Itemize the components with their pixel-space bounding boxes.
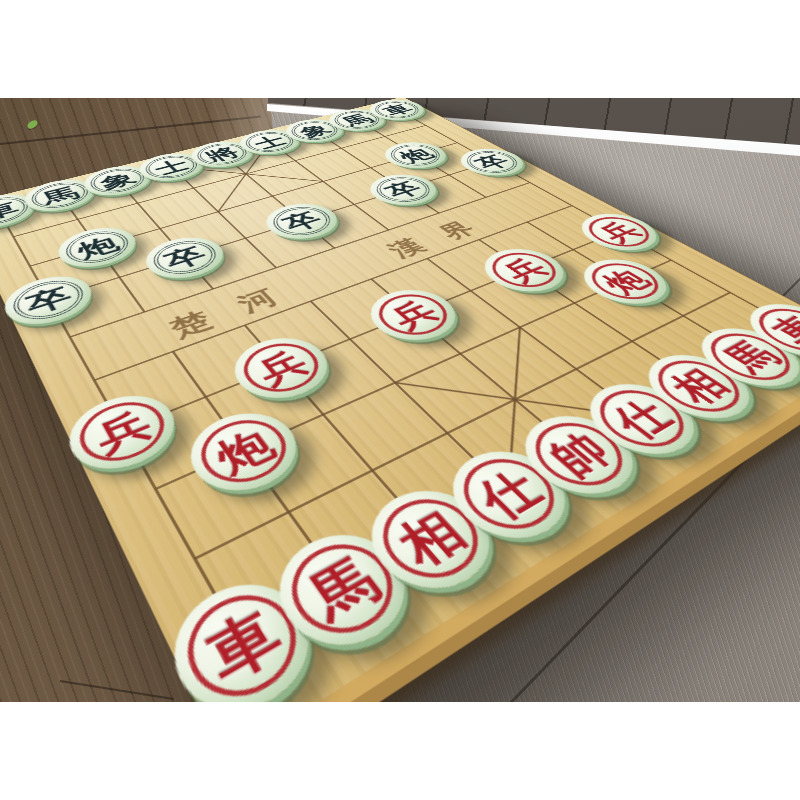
piece-character: 炮: [72, 233, 122, 261]
piece-character: 兵: [495, 254, 554, 285]
xiangqi-board: 楚河 漢界 車馬象士將士象馬車炮炮卒卒卒卒卒兵兵兵兵兵炮炮車馬相仕帥仕相馬車: [67, 98, 647, 597]
piece-character: 卒: [159, 243, 211, 273]
piece-character: 兵: [382, 296, 444, 333]
piece-character: 炮: [393, 146, 438, 165]
piece-character: 兵: [591, 218, 647, 245]
product-photo: 楚河 漢界 車馬象士將士象馬車炮炮卒卒卒卒卒兵兵兵兵兵炮炮車馬相仕帥仕相馬車: [0, 0, 800, 800]
piece-character: 卒: [469, 152, 515, 172]
piece-character: 馬: [38, 184, 83, 207]
piece-character: 炮: [207, 423, 280, 479]
piece-character: 將: [201, 145, 243, 164]
piece-character: 車: [0, 199, 21, 223]
piece-character: 卒: [277, 208, 327, 234]
piece-character: 象: [96, 170, 140, 191]
piece-character: 馬: [337, 112, 377, 128]
piece-character: 馬: [298, 548, 388, 629]
piece-character: 相: [388, 503, 475, 574]
piece-character: 象: [294, 122, 335, 139]
piece-character: 士: [150, 157, 193, 177]
piece-character: 卒: [379, 178, 427, 200]
piece-character: 士: [249, 133, 291, 151]
piece-character: 車: [377, 102, 416, 117]
piece-character: 炮: [594, 265, 655, 297]
piece-character: 兵: [88, 405, 157, 458]
photo-content: 楚河 漢界 車馬象士將士象馬車炮炮卒卒卒卒卒兵兵兵兵兵炮炮車馬相仕帥仕相馬車: [0, 98, 800, 702]
piece-character: 卒: [21, 282, 76, 317]
floor-plank-seam: [60, 680, 174, 700]
piece-character: 車: [196, 599, 290, 691]
piece-character: 兵: [249, 346, 314, 390]
